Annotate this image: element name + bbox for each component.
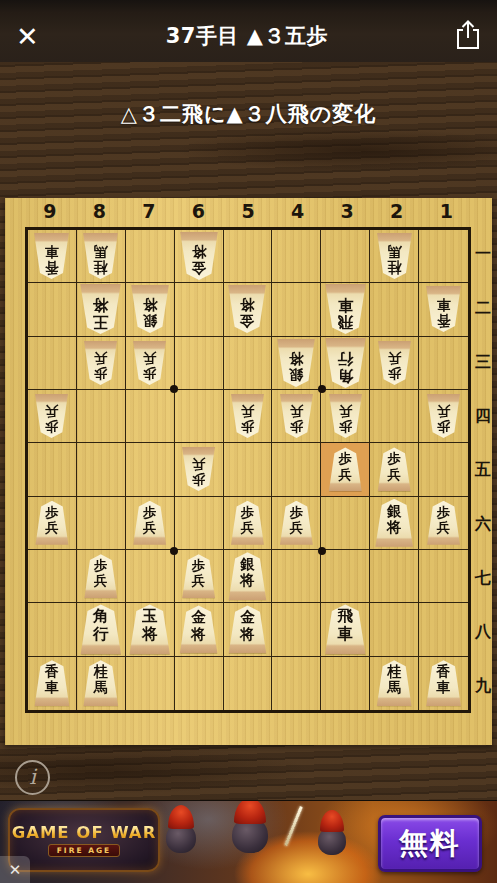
square-8三: 歩兵 [77,337,126,390]
info-button[interactable]: i [15,760,50,795]
square-9三 [28,337,77,390]
sente-香車-piece: 香車 [425,660,462,706]
square-5五 [224,443,273,496]
file-label-5: 5 [223,200,273,224]
square-2三: 歩兵 [370,337,419,390]
sente-歩兵-piece: 歩兵 [426,501,461,545]
square-1四: 歩兵 [419,390,468,443]
rank-label-一: 一 [472,227,494,281]
star-point [318,385,326,393]
sente-香車-piece: 香車 [33,660,70,706]
sente-銀将-piece: 銀将 [227,552,267,600]
square-8五 [77,443,126,496]
gote-角行-piece: 角行 [324,338,367,388]
gote-金将-piece: 金将 [227,285,267,333]
gote-桂馬-piece: 桂馬 [376,233,413,279]
sente-金将-piece: 金将 [179,605,219,653]
sente-歩兵-piece: 歩兵 [230,501,265,545]
square-7八: 玉将 [126,603,175,656]
square-9五 [28,443,77,496]
square-7一 [126,230,175,283]
sente-桂馬-piece: 桂馬 [376,660,413,706]
square-5七: 銀将 [224,550,273,603]
square-6八: 金将 [175,603,224,656]
square-5九 [224,657,273,710]
square-5一 [224,230,273,283]
square-1三 [419,337,468,390]
gote-歩兵-piece: 歩兵 [230,394,265,438]
square-2五: 歩兵 [370,443,419,496]
square-9二 [28,283,77,336]
ad-brand-text: GAME OF WAR [12,823,157,842]
square-4三: 銀将 [272,337,321,390]
square-6七: 歩兵 [175,550,224,603]
square-1二: 香車 [419,283,468,336]
rank-label-六: 六 [472,497,494,551]
page-title: 37手目 ▲３五歩 [166,22,328,50]
square-7六: 歩兵 [126,497,175,550]
gote-歩兵-piece: 歩兵 [377,341,412,385]
square-2六: 銀将 [370,497,419,550]
gote-銀将-piece: 銀将 [130,285,170,333]
sente-歩兵-piece: 歩兵 [132,501,167,545]
square-5六: 歩兵 [224,497,273,550]
warrior-plume [320,810,344,832]
square-8六 [77,497,126,550]
square-4五 [272,443,321,496]
rank-label-二: 二 [472,281,494,335]
sente-歩兵-piece: 歩兵 [181,554,216,598]
square-8一: 桂馬 [77,230,126,283]
gote-香車-piece: 香車 [425,286,462,332]
share-button[interactable] [455,19,481,53]
square-4一 [272,230,321,283]
square-4七 [272,550,321,603]
square-2七 [370,550,419,603]
square-2九: 桂馬 [370,657,419,710]
gote-桂馬-piece: 桂馬 [82,233,119,279]
square-9七 [28,550,77,603]
rank-label-三: 三 [472,335,494,389]
square-6六 [175,497,224,550]
file-labels: 987654321 [25,200,471,224]
gote-歩兵-piece: 歩兵 [328,394,363,438]
square-7二: 銀将 [126,283,175,336]
rank-labels: 一二三四五六七八九 [472,227,494,713]
square-7五 [126,443,175,496]
sente-歩兵-piece: 歩兵 [377,447,412,491]
file-label-1: 1 [422,200,472,224]
rank-label-八: 八 [472,605,494,659]
square-3七 [321,550,370,603]
file-label-4: 4 [273,200,323,224]
ad-banner[interactable]: GAME OF WAR FIRE AGE 無料 ✕ [0,800,497,883]
gote-歩兵-piece: 歩兵 [279,394,314,438]
share-icon [455,38,481,53]
square-8二: 王将 [77,283,126,336]
star-point [318,547,326,555]
sente-歩兵-piece: 歩兵 [34,501,69,545]
gote-歩兵-piece: 歩兵 [132,341,167,385]
variation-banner: △３二飛に▲３八飛の変化 [0,100,497,128]
shogi-board[interactable]: 987654321 香車桂馬金将桂馬王将銀将金将飛車香車歩兵歩兵銀将角行歩兵歩兵… [5,198,492,745]
square-8九: 桂馬 [77,657,126,710]
square-1九: 香車 [419,657,468,710]
square-9一: 香車 [28,230,77,283]
square-1八 [419,603,468,656]
ad-close-button[interactable]: ✕ [0,856,30,883]
sente-角行-piece: 角行 [79,604,122,654]
square-3八: 飛車 [321,603,370,656]
ad-tagline-text: FIRE AGE [48,844,121,857]
gote-銀将-piece: 銀将 [276,339,316,387]
square-2四 [370,390,419,443]
warrior-plume [234,800,266,824]
square-6三 [175,337,224,390]
star-point [170,385,178,393]
square-1一 [419,230,468,283]
square-7四 [126,390,175,443]
square-3五: 歩兵 [321,443,370,496]
square-4八 [272,603,321,656]
square-2八 [370,603,419,656]
ad-logo: GAME OF WAR FIRE AGE [8,808,160,872]
square-4九 [272,657,321,710]
square-7九 [126,657,175,710]
square-4四: 歩兵 [272,390,321,443]
gote-歩兵-piece: 歩兵 [181,447,216,491]
square-1六: 歩兵 [419,497,468,550]
sword [284,806,302,846]
square-7七 [126,550,175,603]
sente-桂馬-piece: 桂馬 [82,660,119,706]
square-8七: 歩兵 [77,550,126,603]
square-5四: 歩兵 [224,390,273,443]
square-4六: 歩兵 [272,497,321,550]
rank-label-七: 七 [472,551,494,605]
square-5二: 金将 [224,283,273,336]
file-label-3: 3 [322,200,372,224]
square-7三: 歩兵 [126,337,175,390]
sente-金将-piece: 金将 [227,605,267,653]
close-button[interactable]: ✕ [16,23,39,50]
square-6一: 金将 [175,230,224,283]
square-2二 [370,283,419,336]
square-8四 [77,390,126,443]
sente-玉将-piece: 玉将 [128,604,171,654]
square-3二: 飛車 [321,283,370,336]
sente-歩兵-piece: 歩兵 [328,447,363,491]
navbar: ✕ 37手目 ▲３五歩 [0,0,497,62]
ad-cta-button[interactable]: 無料 [378,815,482,872]
square-8八: 角行 [77,603,126,656]
square-6五: 歩兵 [175,443,224,496]
star-point [170,547,178,555]
warrior-plume [168,805,194,829]
gote-飛車-piece: 飛車 [324,284,367,334]
sente-歩兵-piece: 歩兵 [83,554,118,598]
square-4二 [272,283,321,336]
square-2一: 桂馬 [370,230,419,283]
square-6二 [175,283,224,336]
sente-歩兵-piece: 歩兵 [279,501,314,545]
gote-歩兵-piece: 歩兵 [34,394,69,438]
file-label-2: 2 [372,200,422,224]
file-label-7: 7 [124,200,174,224]
square-1七 [419,550,468,603]
square-1五 [419,443,468,496]
square-3四: 歩兵 [321,390,370,443]
square-9四: 歩兵 [28,390,77,443]
file-label-8: 8 [75,200,125,224]
gote-香車-piece: 香車 [33,233,70,279]
square-9六: 歩兵 [28,497,77,550]
square-5八: 金将 [224,603,273,656]
file-label-6: 6 [174,200,224,224]
rank-label-四: 四 [472,389,494,443]
square-6九 [175,657,224,710]
board-grid: 香車桂馬金将桂馬王将銀将金将飛車香車歩兵歩兵銀将角行歩兵歩兵歩兵歩兵歩兵歩兵歩兵… [25,227,471,713]
sente-銀将-piece: 銀将 [374,499,414,547]
square-5三 [224,337,273,390]
rank-label-九: 九 [472,659,494,713]
gote-金将-piece: 金将 [179,232,219,280]
gote-歩兵-piece: 歩兵 [426,394,461,438]
rank-label-五: 五 [472,443,494,497]
square-3一 [321,230,370,283]
sente-飛車-piece: 飛車 [324,604,367,654]
square-3九 [321,657,370,710]
gote-王将-piece: 王将 [79,284,122,334]
file-label-9: 9 [25,200,75,224]
square-9九: 香車 [28,657,77,710]
square-3三: 角行 [321,337,370,390]
square-6四 [175,390,224,443]
gote-歩兵-piece: 歩兵 [83,341,118,385]
square-9八 [28,603,77,656]
square-3六 [321,497,370,550]
